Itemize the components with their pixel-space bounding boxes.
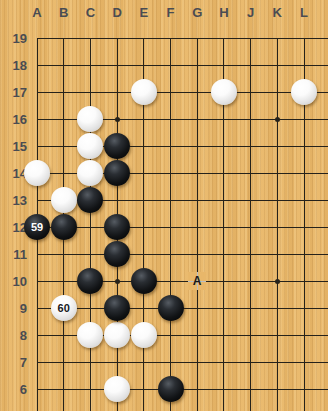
coordinate-label-col-J: J [242, 5, 260, 21]
coordinate-label-row-8: 8 [0, 327, 27, 344]
coordinate-label-col-F: F [162, 5, 180, 21]
stone-white-L17[interactable] [291, 79, 317, 105]
go-board: ABCDEFGHJKL1918171615141312111098765A605… [0, 0, 328, 411]
stone-white-C15[interactable] [77, 133, 103, 159]
stone-white-C16[interactable] [77, 106, 103, 132]
grid-line-row-11 [37, 254, 328, 255]
grid-line-row-19 [37, 38, 328, 39]
star-point-D16 [115, 117, 120, 122]
coordinate-label-row-10: 10 [0, 273, 27, 290]
stone-black-D9[interactable] [104, 295, 130, 321]
coordinate-label-row-18: 18 [0, 57, 27, 74]
star-point-D10 [115, 279, 120, 284]
coordinate-label-row-11: 11 [0, 246, 27, 263]
stone-black-E10[interactable] [131, 268, 157, 294]
grid-line-col-G [197, 38, 198, 411]
stone-white-A14[interactable] [24, 160, 50, 186]
grid-line-col-C [90, 38, 91, 411]
stone-white-H17[interactable] [211, 79, 237, 105]
coordinate-label-row-13: 13 [0, 192, 27, 209]
move-number-label: 60 [51, 295, 77, 321]
coordinate-label-row-12: 12 [0, 219, 27, 236]
stone-black-B12[interactable] [51, 214, 77, 240]
stone-white-B13[interactable] [51, 187, 77, 213]
stone-black-C10[interactable] [77, 268, 103, 294]
stone-white-D6[interactable] [104, 376, 130, 402]
stone-white-B9[interactable]: 60 [51, 295, 77, 321]
stone-black-F6[interactable] [158, 376, 184, 402]
coordinate-label-col-B: B [55, 5, 73, 21]
coordinate-label-row-17: 17 [0, 84, 27, 101]
coordinate-label-row-19: 19 [0, 30, 27, 47]
grid-line-row-12 [37, 227, 328, 228]
move-number-label: 59 [24, 214, 50, 240]
coordinate-label-row-14: 14 [0, 165, 27, 182]
stone-white-C14[interactable] [77, 160, 103, 186]
coordinate-label-col-C: C [81, 5, 99, 21]
coordinate-label-row-7: 7 [0, 354, 27, 371]
coordinate-label-col-E: E [135, 5, 153, 21]
grid-line-col-F [170, 38, 171, 411]
grid-line-row-17 [37, 92, 328, 93]
coordinate-label-row-6: 6 [0, 381, 27, 398]
stone-black-D14[interactable] [104, 160, 130, 186]
stone-black-D15[interactable] [104, 133, 130, 159]
star-point-K16 [275, 117, 280, 122]
grid-line-row-18 [37, 65, 328, 66]
stone-white-E17[interactable] [131, 79, 157, 105]
coordinate-label-col-H: H [215, 5, 233, 21]
coordinate-label-col-L: L [295, 5, 313, 21]
grid-line-col-K [277, 38, 278, 411]
coordinate-label-col-K: K [268, 5, 286, 21]
grid-line-col-J [250, 38, 251, 411]
stone-black-C13[interactable] [77, 187, 103, 213]
coordinate-label-row-9: 9 [0, 300, 27, 317]
grid-line-row-7 [37, 362, 328, 363]
stone-black-D12[interactable] [104, 214, 130, 240]
stone-black-F9[interactable] [158, 295, 184, 321]
coordinate-label-col-D: D [108, 5, 126, 21]
coordinate-label-row-15: 15 [0, 138, 27, 155]
annotation-G10[interactable]: A [188, 272, 206, 290]
stone-white-D8[interactable] [104, 322, 130, 348]
coordinate-label-col-G: G [188, 5, 206, 21]
stone-black-A12[interactable]: 59 [24, 214, 50, 240]
star-point-K10 [275, 279, 280, 284]
stone-black-D11[interactable] [104, 241, 130, 267]
coordinate-label-col-A: A [28, 5, 46, 21]
stone-white-C8[interactable] [77, 322, 103, 348]
coordinate-label-row-16: 16 [0, 111, 27, 128]
annotation-letter: A [188, 272, 206, 290]
coordinate-label-row-5: 5 [0, 408, 27, 411]
stone-white-E8[interactable] [131, 322, 157, 348]
